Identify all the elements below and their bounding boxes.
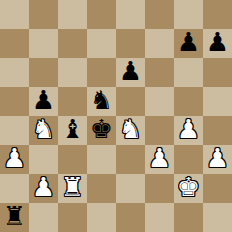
square-a2[interactable] — [0, 174, 29, 203]
square-f7[interactable] — [145, 29, 174, 58]
square-b8[interactable] — [29, 0, 58, 29]
square-g7[interactable]: ♟ — [174, 29, 203, 58]
square-b6[interactable] — [29, 58, 58, 87]
black-knight-piece[interactable]: ♞ — [90, 87, 113, 115]
square-b7[interactable] — [29, 29, 58, 58]
square-f4[interactable] — [145, 116, 174, 145]
square-c6[interactable] — [58, 58, 87, 87]
square-a7[interactable] — [0, 29, 29, 58]
square-g6[interactable] — [174, 58, 203, 87]
square-b1[interactable] — [29, 203, 58, 232]
white-king-piece[interactable]: ♚ — [177, 174, 200, 202]
square-d5[interactable]: ♞ — [87, 87, 116, 116]
square-e4[interactable]: ♞ — [116, 116, 145, 145]
square-h1[interactable] — [203, 203, 232, 232]
square-d3[interactable] — [87, 145, 116, 174]
square-h6[interactable] — [203, 58, 232, 87]
square-c7[interactable] — [58, 29, 87, 58]
square-b5[interactable]: ♟ — [29, 87, 58, 116]
square-e7[interactable] — [116, 29, 145, 58]
square-b3[interactable] — [29, 145, 58, 174]
square-c3[interactable] — [58, 145, 87, 174]
square-a6[interactable] — [0, 58, 29, 87]
black-rook-piece[interactable]: ♜ — [3, 203, 26, 231]
square-f2[interactable] — [145, 174, 174, 203]
square-c1[interactable] — [58, 203, 87, 232]
white-pawn-piece[interactable]: ♟ — [177, 116, 200, 144]
white-pawn-piece[interactable]: ♟ — [148, 145, 171, 173]
square-f1[interactable] — [145, 203, 174, 232]
square-h5[interactable] — [203, 87, 232, 116]
square-h3[interactable]: ♟ — [203, 145, 232, 174]
white-rook-piece[interactable]: ♜ — [61, 174, 84, 202]
square-c5[interactable] — [58, 87, 87, 116]
square-b2[interactable]: ♟ — [29, 174, 58, 203]
square-a1[interactable]: ♜ — [0, 203, 29, 232]
square-c4[interactable]: ♝ — [58, 116, 87, 145]
square-g4[interactable]: ♟ — [174, 116, 203, 145]
square-a3[interactable]: ♟ — [0, 145, 29, 174]
square-e8[interactable] — [116, 0, 145, 29]
square-h7[interactable]: ♟ — [203, 29, 232, 58]
square-d2[interactable] — [87, 174, 116, 203]
white-knight-piece[interactable]: ♞ — [32, 116, 55, 144]
square-d4[interactable]: ♚ — [87, 116, 116, 145]
square-f8[interactable] — [145, 0, 174, 29]
square-g1[interactable] — [174, 203, 203, 232]
square-a8[interactable] — [0, 0, 29, 29]
white-pawn-piece[interactable]: ♟ — [206, 145, 229, 173]
square-e6[interactable]: ♟ — [116, 58, 145, 87]
white-knight-piece[interactable]: ♞ — [119, 116, 142, 144]
square-c2[interactable]: ♜ — [58, 174, 87, 203]
square-h2[interactable] — [203, 174, 232, 203]
square-d1[interactable] — [87, 203, 116, 232]
black-pawn-piece[interactable]: ♟ — [177, 29, 200, 57]
square-g8[interactable] — [174, 0, 203, 29]
square-e1[interactable] — [116, 203, 145, 232]
square-h8[interactable] — [203, 0, 232, 29]
white-pawn-piece[interactable]: ♟ — [32, 174, 55, 202]
square-a4[interactable] — [0, 116, 29, 145]
square-f5[interactable] — [145, 87, 174, 116]
square-e3[interactable] — [116, 145, 145, 174]
square-g3[interactable] — [174, 145, 203, 174]
square-g2[interactable]: ♚ — [174, 174, 203, 203]
black-bishop-piece[interactable]: ♝ — [61, 116, 84, 144]
square-e5[interactable] — [116, 87, 145, 116]
black-pawn-piece[interactable]: ♟ — [32, 87, 55, 115]
black-pawn-piece[interactable]: ♟ — [119, 58, 142, 86]
white-pawn-piece[interactable]: ♟ — [3, 145, 26, 173]
chess-board: ♟♟♟♟♞♞♝♚♞♟♟♟♟♟♜♚♜ — [0, 0, 232, 232]
square-g5[interactable] — [174, 87, 203, 116]
square-f3[interactable]: ♟ — [145, 145, 174, 174]
square-d7[interactable] — [87, 29, 116, 58]
black-pawn-piece[interactable]: ♟ — [206, 29, 229, 57]
square-c8[interactable] — [58, 0, 87, 29]
black-king-piece[interactable]: ♚ — [90, 116, 113, 144]
square-e2[interactable] — [116, 174, 145, 203]
square-a5[interactable] — [0, 87, 29, 116]
square-f6[interactable] — [145, 58, 174, 87]
square-b4[interactable]: ♞ — [29, 116, 58, 145]
square-d8[interactable] — [87, 0, 116, 29]
square-d6[interactable] — [87, 58, 116, 87]
square-h4[interactable] — [203, 116, 232, 145]
